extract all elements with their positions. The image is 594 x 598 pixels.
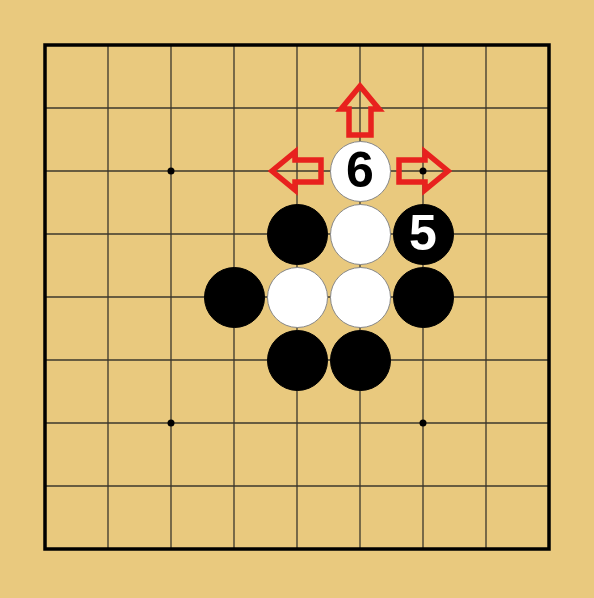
intersection-B7[interactable] — [77, 140, 140, 203]
intersection-F1[interactable] — [329, 518, 392, 581]
intersection-F6[interactable] — [329, 203, 392, 266]
intersection-F7[interactable]: 6 — [329, 140, 392, 203]
intersection-E8[interactable] — [266, 77, 329, 140]
intersection-J3[interactable] — [518, 392, 581, 455]
intersection-C5[interactable] — [140, 266, 203, 329]
intersection-D8[interactable] — [203, 77, 266, 140]
intersection-J6[interactable] — [518, 203, 581, 266]
intersection-A4[interactable] — [14, 329, 77, 392]
intersection-C6[interactable] — [140, 203, 203, 266]
intersection-B6[interactable] — [77, 203, 140, 266]
intersection-F9[interactable] — [329, 14, 392, 77]
intersection-C2[interactable] — [140, 455, 203, 518]
intersection-G7[interactable] — [392, 140, 455, 203]
intersection-G4[interactable] — [392, 329, 455, 392]
go-diagram: 65 — [0, 0, 594, 598]
intersection-A8[interactable] — [14, 77, 77, 140]
intersection-G8[interactable] — [392, 77, 455, 140]
intersection-A5[interactable] — [14, 266, 77, 329]
intersection-G1[interactable] — [392, 518, 455, 581]
intersection-J1[interactable] — [518, 518, 581, 581]
intersection-E5[interactable] — [266, 266, 329, 329]
intersection-F2[interactable] — [329, 455, 392, 518]
intersection-C4[interactable] — [140, 329, 203, 392]
white-stone — [330, 267, 391, 328]
intersection-H5[interactable] — [455, 266, 518, 329]
intersection-E3[interactable] — [266, 392, 329, 455]
intersection-A1[interactable] — [14, 518, 77, 581]
stone-number: 6 — [346, 145, 374, 195]
intersection-B3[interactable] — [77, 392, 140, 455]
white-stone: 6 — [330, 141, 391, 202]
intersection-D4[interactable] — [203, 329, 266, 392]
white-stone — [330, 204, 391, 265]
intersection-H9[interactable] — [455, 14, 518, 77]
intersection-H8[interactable] — [455, 77, 518, 140]
intersection-D3[interactable] — [203, 392, 266, 455]
intersection-G6[interactable]: 5 — [392, 203, 455, 266]
intersection-E4[interactable] — [266, 329, 329, 392]
intersection-A9[interactable] — [14, 14, 77, 77]
intersection-C7[interactable] — [140, 140, 203, 203]
intersection-J9[interactable] — [518, 14, 581, 77]
intersection-D7[interactable] — [203, 140, 266, 203]
intersection-B2[interactable] — [77, 455, 140, 518]
intersection-A2[interactable] — [14, 455, 77, 518]
intersection-F5[interactable] — [329, 266, 392, 329]
black-stone — [204, 267, 265, 328]
intersection-G3[interactable] — [392, 392, 455, 455]
intersection-E6[interactable] — [266, 203, 329, 266]
intersection-D2[interactable] — [203, 455, 266, 518]
arrow-right-icon — [396, 149, 450, 193]
intersection-A7[interactable] — [14, 140, 77, 203]
intersection-A3[interactable] — [14, 392, 77, 455]
intersection-C1[interactable] — [140, 518, 203, 581]
intersection-H4[interactable] — [455, 329, 518, 392]
intersection-F3[interactable] — [329, 392, 392, 455]
intersection-J7[interactable] — [518, 140, 581, 203]
intersection-H3[interactable] — [455, 392, 518, 455]
intersection-G2[interactable] — [392, 455, 455, 518]
intersection-E2[interactable] — [266, 455, 329, 518]
intersection-B9[interactable] — [77, 14, 140, 77]
intersection-J8[interactable] — [518, 77, 581, 140]
intersection-J5[interactable] — [518, 266, 581, 329]
intersection-C8[interactable] — [140, 77, 203, 140]
intersection-E9[interactable] — [266, 14, 329, 77]
go-board-grid: 65 — [14, 14, 581, 581]
intersection-C9[interactable] — [140, 14, 203, 77]
intersection-D9[interactable] — [203, 14, 266, 77]
intersection-J2[interactable] — [518, 455, 581, 518]
intersection-B8[interactable] — [77, 77, 140, 140]
intersection-G5[interactable] — [392, 266, 455, 329]
stone-number: 5 — [409, 208, 437, 258]
intersection-A6[interactable] — [14, 203, 77, 266]
white-stone — [267, 267, 328, 328]
intersection-G9[interactable] — [392, 14, 455, 77]
intersection-E7[interactable] — [266, 140, 329, 203]
intersection-D6[interactable] — [203, 203, 266, 266]
black-stone — [393, 267, 454, 328]
intersection-H6[interactable] — [455, 203, 518, 266]
intersection-H2[interactable] — [455, 455, 518, 518]
intersection-B1[interactable] — [77, 518, 140, 581]
intersection-D5[interactable] — [203, 266, 266, 329]
black-stone — [330, 330, 391, 391]
black-stone — [267, 204, 328, 265]
intersection-B5[interactable] — [77, 266, 140, 329]
intersection-H1[interactable] — [455, 518, 518, 581]
intersection-E1[interactable] — [266, 518, 329, 581]
black-stone — [267, 330, 328, 391]
intersection-F8[interactable] — [329, 77, 392, 140]
intersection-H7[interactable] — [455, 140, 518, 203]
black-stone: 5 — [393, 204, 454, 265]
intersection-B4[interactable] — [77, 329, 140, 392]
intersection-D1[interactable] — [203, 518, 266, 581]
arrow-left-icon — [270, 149, 324, 193]
intersection-F4[interactable] — [329, 329, 392, 392]
intersection-J4[interactable] — [518, 329, 581, 392]
intersection-C3[interactable] — [140, 392, 203, 455]
arrow-up-icon — [338, 84, 382, 138]
